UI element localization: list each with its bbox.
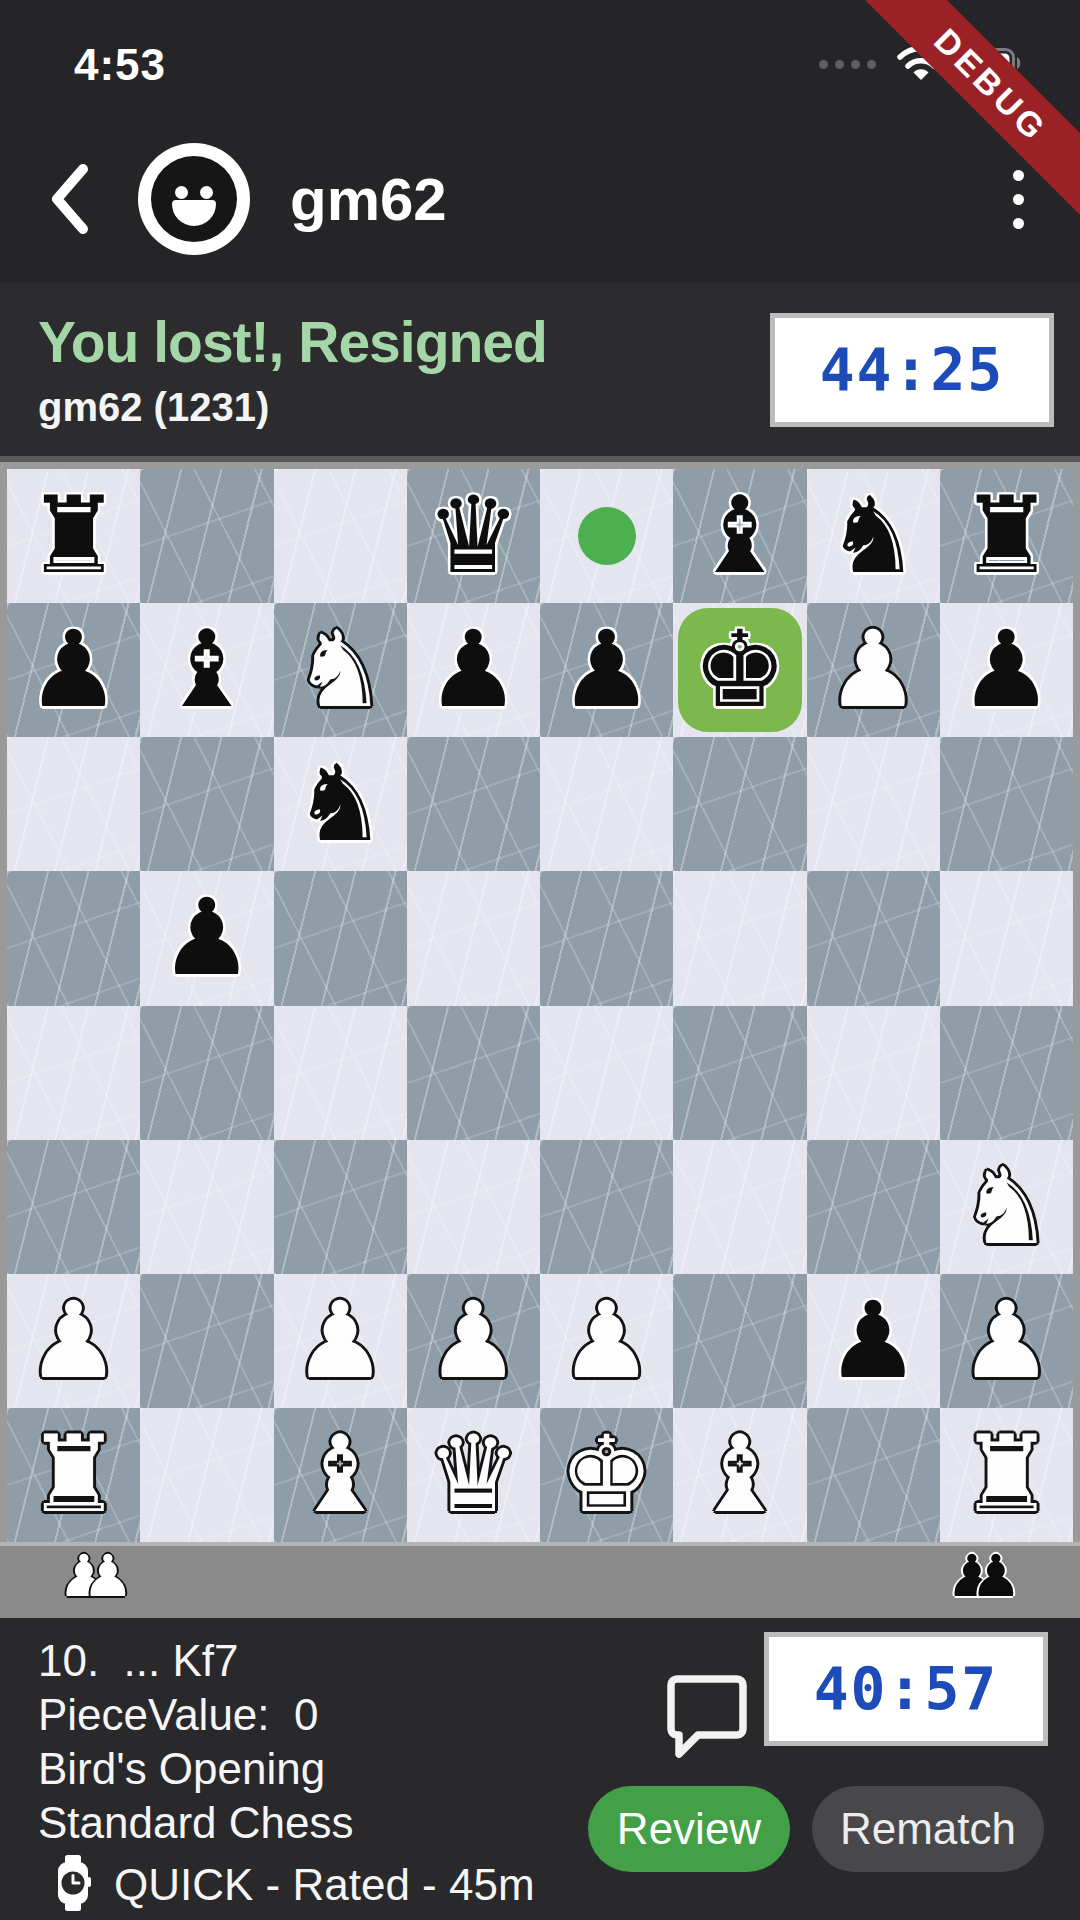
square-b6[interactable] — [140, 737, 273, 871]
smiley-face-icon — [151, 156, 237, 242]
square-b5[interactable]: ♟ — [140, 871, 273, 1005]
last-move-from-dot — [578, 507, 636, 565]
chevron-left-icon — [46, 161, 92, 237]
speech-bubble-icon — [664, 1668, 750, 1760]
square-d3[interactable] — [407, 1140, 540, 1274]
cellular-signal-icon — [819, 60, 876, 69]
white-captured-pawns-icon: ♟♟ — [58, 1538, 134, 1614]
square-b2[interactable] — [140, 1274, 273, 1408]
smartwatch-icon — [52, 1854, 94, 1916]
game-info-panel: 10. ... Kf7 PieceValue: 0 Bird's Opening… — [0, 1618, 1080, 1920]
opponent-avatar[interactable] — [138, 143, 250, 255]
wifi-icon — [896, 44, 946, 86]
square-a2[interactable]: ♟ — [7, 1274, 140, 1408]
square-a6[interactable] — [7, 737, 140, 871]
black-captured-pawns-icon: ♟♟ — [946, 1538, 1022, 1614]
square-f1[interactable]: ♝ — [673, 1408, 806, 1542]
square-d6[interactable] — [407, 737, 540, 871]
white-bishop-c1[interactable]: ♝ — [274, 1408, 407, 1541]
black-pawn-g2[interactable]: ♟ — [807, 1274, 940, 1407]
square-h4[interactable] — [940, 1006, 1073, 1140]
black-pawn-h7[interactable]: ♟ — [940, 603, 1073, 736]
square-g8[interactable]: ♞ — [807, 469, 940, 603]
black-queen-d8[interactable]: ♛ — [407, 469, 540, 602]
opponent-name-title: gm62 — [290, 165, 447, 234]
square-e8[interactable] — [540, 469, 673, 603]
square-g2[interactable]: ♟ — [807, 1274, 940, 1408]
square-d2[interactable]: ♟ — [407, 1274, 540, 1408]
square-f3[interactable] — [673, 1140, 806, 1274]
overflow-menu-button[interactable] — [1003, 160, 1034, 239]
square-f5[interactable] — [673, 871, 806, 1005]
piece-value-text: PieceValue: 0 — [38, 1688, 535, 1742]
square-h3[interactable]: ♞ — [940, 1140, 1073, 1274]
result-banner: You lost!, Resigned gm62 (1231) 44:25 — [0, 283, 1080, 462]
black-knight-c6[interactable]: ♞ — [274, 737, 407, 870]
square-d8[interactable]: ♛ — [407, 469, 540, 603]
black-pawn-e7[interactable]: ♟ — [540, 603, 673, 736]
black-pawn-a7[interactable]: ♟ — [7, 603, 140, 736]
square-g1[interactable] — [807, 1408, 940, 1542]
square-g6[interactable] — [807, 737, 940, 871]
white-rook-h1[interactable]: ♜ — [940, 1408, 1073, 1541]
square-d1[interactable]: ♛ — [407, 1408, 540, 1542]
white-knight-h3[interactable]: ♞ — [940, 1140, 1073, 1273]
square-g5[interactable] — [807, 871, 940, 1005]
square-h5[interactable] — [940, 871, 1073, 1005]
white-pawn-a2[interactable]: ♟ — [7, 1274, 140, 1407]
chess-board[interactable]: ♜♛♝♞♜♟♝♞♟♟♚♟♟♞♟♞♟♟♟♟♟♟♜♝♛♚♝♜ — [7, 469, 1073, 1542]
black-pawn-b5[interactable]: ♟ — [140, 871, 273, 1004]
square-b1[interactable] — [140, 1408, 273, 1542]
chat-button[interactable] — [664, 1668, 750, 1760]
white-pawn-d2[interactable]: ♟ — [407, 1274, 540, 1407]
opening-name-text: Bird's Opening — [38, 1742, 535, 1796]
square-h8[interactable]: ♜ — [940, 469, 1073, 603]
square-f6[interactable] — [673, 737, 806, 871]
square-e1[interactable]: ♚ — [540, 1408, 673, 1542]
square-d4[interactable] — [407, 1006, 540, 1140]
square-c8[interactable] — [274, 469, 407, 603]
square-e3[interactable] — [540, 1140, 673, 1274]
square-g7[interactable]: ♟ — [807, 603, 940, 737]
time-control-text: QUICK - Rated - 45m — [114, 1858, 535, 1912]
square-f4[interactable] — [673, 1006, 806, 1140]
black-pawn-d7[interactable]: ♟ — [407, 603, 540, 736]
review-button[interactable]: Review — [588, 1786, 790, 1872]
square-a8[interactable]: ♜ — [7, 469, 140, 603]
status-time: 4:53 — [74, 40, 166, 90]
square-g4[interactable] — [807, 1006, 940, 1140]
square-b4[interactable] — [140, 1006, 273, 1140]
white-queen-d1[interactable]: ♛ — [407, 1408, 540, 1541]
white-pawn-h2[interactable]: ♟ — [940, 1274, 1073, 1407]
square-h6[interactable] — [940, 737, 1073, 871]
white-rook-a1[interactable]: ♜ — [7, 1408, 140, 1541]
square-e2[interactable]: ♟ — [540, 1274, 673, 1408]
square-d7[interactable]: ♟ — [407, 603, 540, 737]
square-a7[interactable]: ♟ — [7, 603, 140, 737]
status-bar: 4:53 — [0, 0, 1080, 115]
black-king-f7[interactable]: ♚ — [673, 603, 806, 736]
square-g3[interactable] — [807, 1140, 940, 1274]
black-bishop-b7[interactable]: ♝ — [140, 603, 273, 736]
square-c2[interactable]: ♟ — [274, 1274, 407, 1408]
square-c1[interactable]: ♝ — [274, 1408, 407, 1542]
square-a5[interactable] — [7, 871, 140, 1005]
app-screen: 4:53 DEBUG — [0, 0, 1080, 1920]
square-a4[interactable] — [7, 1006, 140, 1140]
square-c4[interactable] — [274, 1006, 407, 1140]
square-h1[interactable]: ♜ — [940, 1408, 1073, 1542]
variant-text: Standard Chess — [38, 1796, 535, 1850]
black-rook-h8[interactable]: ♜ — [940, 469, 1073, 602]
square-h2[interactable]: ♟ — [940, 1274, 1073, 1408]
header-bar: gm62 — [0, 115, 1080, 283]
back-button[interactable] — [46, 159, 98, 239]
square-e7[interactable]: ♟ — [540, 603, 673, 737]
square-f8[interactable]: ♝ — [673, 469, 806, 603]
square-f2[interactable] — [673, 1274, 806, 1408]
square-a3[interactable] — [7, 1140, 140, 1274]
result-headline: You lost!, Resigned — [38, 309, 547, 375]
square-d5[interactable] — [407, 871, 540, 1005]
square-h7[interactable]: ♟ — [940, 603, 1073, 737]
square-c7[interactable]: ♞ — [274, 603, 407, 737]
square-b7[interactable]: ♝ — [140, 603, 273, 737]
square-b3[interactable] — [140, 1140, 273, 1274]
white-pawn-g7[interactable]: ♟ — [807, 603, 940, 736]
white-bishop-f1[interactable]: ♝ — [673, 1408, 806, 1541]
white-king-e1[interactable]: ♚ — [540, 1408, 673, 1541]
white-knight-c7[interactable]: ♞ — [274, 603, 407, 736]
captured-pieces-tray: ♟♟ ♟♟ — [0, 1542, 1080, 1618]
black-knight-g8[interactable]: ♞ — [807, 469, 940, 602]
rematch-button[interactable]: Rematch — [812, 1786, 1044, 1872]
white-pawn-e2[interactable]: ♟ — [540, 1274, 673, 1407]
square-c3[interactable] — [274, 1140, 407, 1274]
opponent-rating-line: gm62 (1231) — [38, 385, 547, 430]
opponent-clock: 44:25 — [770, 313, 1054, 427]
square-e5[interactable] — [540, 871, 673, 1005]
square-a1[interactable]: ♜ — [7, 1408, 140, 1542]
black-rook-a8[interactable]: ♜ — [7, 469, 140, 602]
square-b8[interactable] — [140, 469, 273, 603]
white-pawn-c2[interactable]: ♟ — [274, 1274, 407, 1407]
square-f7[interactable]: ♚ — [673, 603, 806, 737]
square-e4[interactable] — [540, 1006, 673, 1140]
battery-icon — [962, 48, 1024, 82]
player-clock: 40:57 — [764, 1632, 1048, 1746]
last-move-text: 10. ... Kf7 — [38, 1634, 535, 1688]
black-bishop-f8[interactable]: ♝ — [673, 469, 806, 602]
square-c6[interactable]: ♞ — [274, 737, 407, 871]
chess-board-frame: ♜♛♝♞♜♟♝♞♟♟♚♟♟♞♟♞♟♟♟♟♟♟♜♝♛♚♝♜ — [0, 462, 1080, 1542]
square-c5[interactable] — [274, 871, 407, 1005]
square-e6[interactable] — [540, 737, 673, 871]
